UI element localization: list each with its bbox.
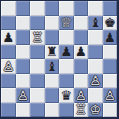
piece-white-pawn[interactable]: ♙ (89, 74, 101, 87)
square-e4[interactable] (59, 59, 74, 74)
square-h2[interactable]: ♙ (103, 88, 118, 103)
square-c4[interactable] (30, 59, 45, 74)
square-g4[interactable] (88, 59, 103, 74)
piece-black-pawn[interactable]: ♟ (75, 45, 87, 58)
square-d3[interactable] (45, 74, 60, 89)
square-a8[interactable] (1, 1, 16, 16)
piece-black-bishop[interactable]: ♝ (46, 60, 58, 73)
square-h1[interactable] (103, 103, 118, 118)
piece-white-pawn[interactable]: ♙ (75, 89, 87, 102)
square-g6[interactable] (88, 30, 103, 45)
square-b4[interactable] (16, 59, 31, 74)
piece-black-king[interactable]: ♚ (104, 16, 116, 29)
square-f4[interactable] (74, 59, 89, 74)
square-f8[interactable] (74, 1, 89, 16)
square-a5[interactable] (1, 45, 16, 60)
piece-black-queen[interactable]: ♛ (60, 89, 72, 102)
square-c3[interactable] (30, 74, 45, 89)
square-h7[interactable]: ♚ (103, 16, 118, 31)
square-e6[interactable] (59, 30, 74, 45)
square-h8[interactable] (103, 1, 118, 16)
square-g3[interactable]: ♙ (88, 74, 103, 89)
square-c5[interactable] (30, 45, 45, 60)
square-a7[interactable] (1, 16, 16, 31)
square-e8[interactable] (59, 1, 74, 16)
square-b1[interactable] (16, 103, 31, 118)
piece-black-bishop[interactable]: ♝ (89, 16, 101, 29)
square-e3[interactable] (59, 74, 74, 89)
board-frame: ♕♝♚♟♖♟♜♟♟♙♝♙♙♛♙♙♖♔ (0, 0, 119, 119)
square-b3[interactable] (16, 74, 31, 89)
square-c6[interactable]: ♖ (30, 30, 45, 45)
square-e1[interactable] (59, 103, 74, 118)
square-h3[interactable] (103, 74, 118, 89)
square-h5[interactable] (103, 45, 118, 60)
square-h4[interactable] (103, 59, 118, 74)
square-d7[interactable] (45, 16, 60, 31)
square-a6[interactable]: ♟ (1, 30, 16, 45)
square-a3[interactable] (1, 74, 16, 89)
square-h6[interactable]: ♟ (103, 30, 118, 45)
square-f5[interactable]: ♟ (74, 45, 89, 60)
square-g2[interactable] (88, 88, 103, 103)
square-b8[interactable] (16, 1, 31, 16)
square-g1[interactable]: ♔ (88, 103, 103, 118)
piece-white-rook[interactable]: ♖ (31, 31, 43, 44)
square-d6[interactable] (45, 30, 60, 45)
square-g5[interactable] (88, 45, 103, 60)
square-d8[interactable] (45, 1, 60, 16)
square-f1[interactable]: ♖ (74, 103, 89, 118)
square-c1[interactable] (30, 103, 45, 118)
square-e7[interactable]: ♕ (59, 16, 74, 31)
square-a1[interactable] (1, 103, 16, 118)
square-c7[interactable] (30, 16, 45, 31)
piece-black-rook[interactable]: ♜ (46, 45, 58, 58)
square-c2[interactable] (30, 88, 45, 103)
chess-board: ♕♝♚♟♖♟♜♟♟♙♝♙♙♛♙♙♖♔ (1, 1, 117, 117)
square-g8[interactable] (88, 1, 103, 16)
square-d4[interactable]: ♝ (45, 59, 60, 74)
square-e5[interactable]: ♟ (59, 45, 74, 60)
square-f3[interactable] (74, 74, 89, 89)
square-b7[interactable] (16, 16, 31, 31)
square-a2[interactable] (1, 88, 16, 103)
piece-white-king[interactable]: ♔ (89, 103, 101, 116)
square-b2[interactable]: ♙ (16, 88, 31, 103)
piece-black-pawn[interactable]: ♟ (104, 31, 116, 44)
square-d5[interactable]: ♜ (45, 45, 60, 60)
square-d2[interactable] (45, 88, 60, 103)
square-c8[interactable] (30, 1, 45, 16)
piece-white-pawn[interactable]: ♙ (17, 89, 29, 102)
piece-black-pawn[interactable]: ♟ (60, 45, 72, 58)
square-b5[interactable] (16, 45, 31, 60)
square-d1[interactable] (45, 103, 60, 118)
square-f6[interactable] (74, 30, 89, 45)
piece-white-pawn[interactable]: ♙ (2, 60, 14, 73)
square-e2[interactable]: ♛ (59, 88, 74, 103)
square-f7[interactable] (74, 16, 89, 31)
piece-white-rook[interactable]: ♖ (75, 103, 87, 116)
piece-white-pawn[interactable]: ♙ (104, 89, 116, 102)
square-a4[interactable]: ♙ (1, 59, 16, 74)
square-f2[interactable]: ♙ (74, 88, 89, 103)
square-g7[interactable]: ♝ (88, 16, 103, 31)
square-b6[interactable] (16, 30, 31, 45)
piece-white-queen[interactable]: ♕ (60, 16, 72, 29)
piece-black-pawn[interactable]: ♟ (2, 31, 14, 44)
